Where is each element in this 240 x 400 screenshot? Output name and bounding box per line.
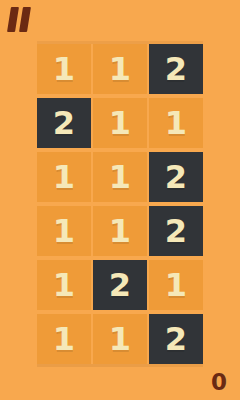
tile-r4c2[interactable]: 1	[93, 206, 147, 256]
tile-grid: 112211112112121112	[37, 44, 203, 364]
tile-r1c2[interactable]: 1	[93, 44, 147, 94]
tile-r5c3[interactable]: 1	[149, 260, 203, 310]
pause-bar-left	[7, 7, 19, 32]
tile-r6c2[interactable]: 1	[93, 314, 147, 364]
tile-r3c1[interactable]: 1	[37, 152, 91, 202]
score-value: 0	[211, 369, 227, 395]
tile-r3c2[interactable]: 1	[93, 152, 147, 202]
pause-icon[interactable]	[9, 7, 35, 33]
tile-r6c1[interactable]: 1	[37, 314, 91, 364]
tile-r1c3[interactable]: 2	[149, 44, 203, 94]
tile-r2c3[interactable]: 1	[149, 98, 203, 148]
tile-r3c3[interactable]: 2	[149, 152, 203, 202]
tile-r5c2[interactable]: 2	[93, 260, 147, 310]
tile-r2c1[interactable]: 2	[37, 98, 91, 148]
tile-r2c2[interactable]: 1	[93, 98, 147, 148]
tile-r4c3[interactable]: 2	[149, 206, 203, 256]
tile-r4c1[interactable]: 1	[37, 206, 91, 256]
pause-bar-right	[19, 7, 31, 32]
tile-r6c3[interactable]: 2	[149, 314, 203, 364]
tile-r5c1[interactable]: 1	[37, 260, 91, 310]
tile-r1c1[interactable]: 1	[37, 44, 91, 94]
